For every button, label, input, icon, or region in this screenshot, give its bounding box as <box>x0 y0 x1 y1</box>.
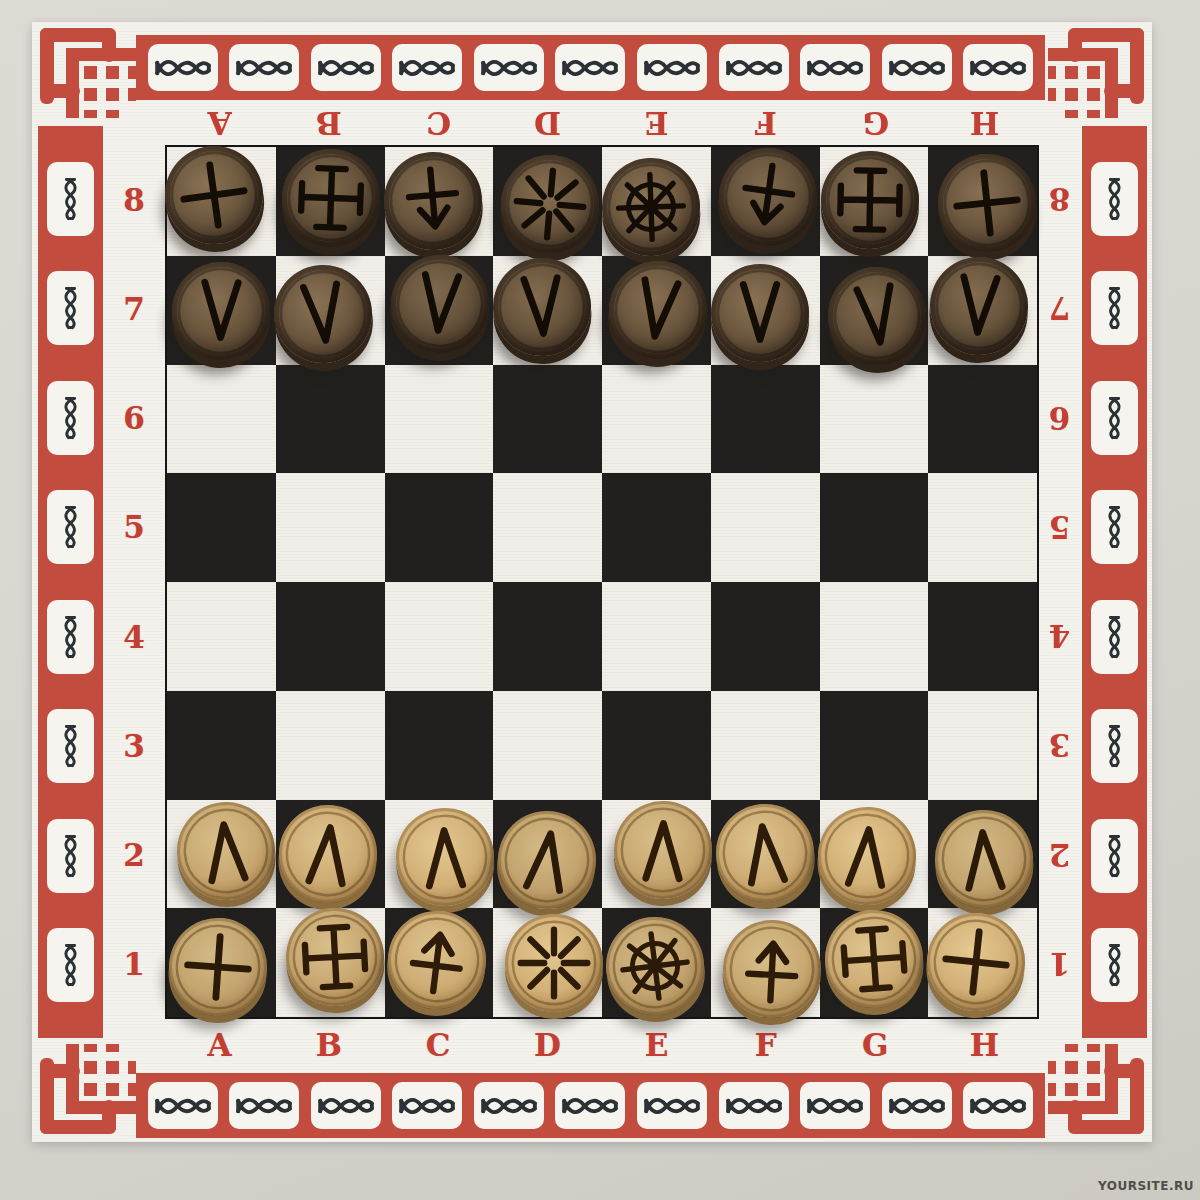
file-label-b: B <box>274 1020 383 1070</box>
square-h5[interactable] <box>928 473 1037 582</box>
knot-icon <box>56 285 86 332</box>
square-f3[interactable] <box>711 691 820 800</box>
piece-symbol-rook <box>933 150 1041 258</box>
knot-icon <box>804 1091 866 1121</box>
knot-icon <box>1100 832 1130 879</box>
piece-symbol-rook <box>922 908 1030 1016</box>
knot-icon <box>967 1091 1029 1121</box>
piece-black-pawn[interactable] <box>388 252 493 357</box>
square-b8[interactable] <box>276 147 385 256</box>
knot-icon <box>56 175 86 222</box>
square-a5[interactable] <box>167 473 276 582</box>
rank-label-3: 3 <box>1037 691 1082 800</box>
celtic-knot-ornament <box>47 819 94 893</box>
knot-icon <box>886 53 948 83</box>
piece-symbol-knight <box>820 151 920 251</box>
knot-icon <box>56 723 86 770</box>
file-labels-bottom: ABCDEFGH <box>165 1020 1039 1070</box>
knot-icon <box>1100 613 1130 660</box>
celtic-knot-ornament <box>1091 819 1138 893</box>
file-labels-top: ABCDEFGH <box>165 102 1039 144</box>
square-g5[interactable] <box>820 473 929 582</box>
knot-icon <box>56 394 86 441</box>
corner-key-motif <box>1048 1044 1144 1140</box>
square-c5[interactable] <box>385 473 494 582</box>
knot-icon <box>723 53 785 83</box>
square-f4[interactable] <box>711 582 820 691</box>
piece-black-pawn[interactable] <box>172 261 272 361</box>
piece-black-bishop[interactable] <box>713 142 824 253</box>
celtic-knot-ornament <box>1091 490 1138 564</box>
piece-white-rook[interactable] <box>922 908 1030 1016</box>
square-c2[interactable] <box>385 800 494 909</box>
piece-white-knight[interactable] <box>822 906 927 1011</box>
knot-icon <box>723 1091 785 1121</box>
square-e7[interactable] <box>602 256 711 365</box>
knot-icon <box>641 53 703 83</box>
piece-white-bishop[interactable] <box>382 905 491 1014</box>
rank-label-6: 6 <box>103 364 165 473</box>
piece-white-rook[interactable] <box>166 914 271 1019</box>
celtic-knot-ornament <box>47 709 94 783</box>
knot-icon <box>233 1091 295 1121</box>
rank-label-7: 7 <box>103 254 165 363</box>
square-d8[interactable] <box>493 147 602 256</box>
knot-icon <box>967 53 1029 83</box>
knot-icon <box>478 1091 540 1121</box>
celtic-knot-ornament <box>1091 271 1138 345</box>
celtic-knot-ornament <box>1091 709 1138 783</box>
square-h4[interactable] <box>928 582 1037 691</box>
celtic-knot-ornament <box>311 44 381 91</box>
square-d7[interactable] <box>493 256 602 365</box>
piece-symbol-pawn <box>491 805 602 916</box>
square-c3[interactable] <box>385 691 494 800</box>
square-h7[interactable] <box>928 256 1037 365</box>
file-label-h: H <box>930 102 1039 144</box>
piece-symbol-pawn <box>172 261 272 361</box>
square-g4[interactable] <box>820 582 929 691</box>
piece-symbol-pawn <box>711 264 809 362</box>
celtic-knot-ornament <box>555 44 625 91</box>
square-e8[interactable] <box>602 147 711 256</box>
file-label-f: F <box>711 1020 820 1070</box>
square-h3[interactable] <box>928 691 1037 800</box>
piece-symbol-rook <box>159 140 270 251</box>
square-d4[interactable] <box>493 582 602 691</box>
knot-icon <box>315 53 377 83</box>
piece-symbol-bishop <box>382 905 491 1014</box>
file-label-b: B <box>274 102 383 144</box>
square-d3[interactable] <box>493 691 602 800</box>
piece-symbol-pawn <box>490 256 593 359</box>
piece-symbol-knight <box>822 906 927 1011</box>
knot-icon <box>152 1091 214 1121</box>
celtic-knot-ornament <box>800 1082 870 1129</box>
piece-black-knight[interactable] <box>280 148 381 249</box>
piece-symbol-pawn <box>388 252 493 357</box>
border-band-right <box>1082 126 1147 1038</box>
square-e3[interactable] <box>602 691 711 800</box>
celtic-knot-ornament <box>1091 928 1138 1002</box>
celtic-knot-ornament <box>963 1082 1033 1129</box>
piece-white-queen[interactable] <box>505 914 603 1012</box>
piece-black-bishop[interactable] <box>380 148 486 254</box>
piece-symbol-pawn <box>711 799 819 907</box>
piece-symbol-king <box>601 911 710 1020</box>
piece-symbol-rook <box>166 914 271 1019</box>
celtic-knot-ornament <box>800 44 870 91</box>
celtic-knot-ornament <box>882 44 952 91</box>
celtic-knot-ornament <box>637 44 707 91</box>
square-f2[interactable] <box>711 800 820 909</box>
piece-symbol-queen <box>497 151 603 257</box>
square-g2[interactable] <box>820 800 929 909</box>
knot-icon <box>1100 504 1130 551</box>
square-b1[interactable] <box>276 908 385 1017</box>
knot-icon <box>804 53 866 83</box>
celtic-knot-ornament <box>47 928 94 1002</box>
file-label-e: E <box>602 102 711 144</box>
rank-label-7: 7 <box>1037 254 1082 363</box>
square-g7[interactable] <box>820 256 929 365</box>
knot-icon <box>396 1091 458 1121</box>
piece-symbol-bishop <box>380 148 486 254</box>
piece-white-king[interactable] <box>601 911 710 1020</box>
border-band-bottom <box>136 1073 1045 1138</box>
square-a6[interactable] <box>167 365 276 474</box>
piece-symbol-pawn <box>604 256 713 365</box>
knot-icon <box>56 942 86 989</box>
square-c1[interactable] <box>385 908 494 1017</box>
square-e4[interactable] <box>602 582 711 691</box>
square-e5[interactable] <box>602 473 711 582</box>
celtic-knot-ornament <box>1091 162 1138 236</box>
knot-icon <box>478 53 540 83</box>
knot-icon <box>1100 394 1130 441</box>
square-c4[interactable] <box>385 582 494 691</box>
piece-white-pawn[interactable] <box>614 800 714 900</box>
rank-label-5: 5 <box>1037 473 1082 582</box>
celtic-knot-ornament <box>148 44 218 91</box>
piece-white-pawn[interactable] <box>815 804 920 909</box>
celtic-knot-ornament <box>474 44 544 91</box>
celtic-knot-ornament <box>719 1082 789 1129</box>
square-d2[interactable] <box>493 800 602 909</box>
square-c7[interactable] <box>385 256 494 365</box>
rank-label-8: 8 <box>1037 145 1082 254</box>
celtic-knot-ornament <box>47 271 94 345</box>
piece-black-queen[interactable] <box>497 151 603 257</box>
knot-icon <box>1100 175 1130 222</box>
square-b4[interactable] <box>276 582 385 691</box>
knot-icon <box>233 53 295 83</box>
square-h8[interactable] <box>928 147 1037 256</box>
celtic-knot-ornament <box>47 490 94 564</box>
board <box>165 145 1039 1019</box>
square-b5[interactable] <box>276 473 385 582</box>
square-g8[interactable] <box>820 147 929 256</box>
piece-symbol-king <box>601 157 702 258</box>
rank-label-5: 5 <box>103 473 165 582</box>
piece-symbol-pawn <box>614 800 714 900</box>
file-label-h: H <box>930 1020 1039 1070</box>
square-f1[interactable] <box>711 908 820 1017</box>
square-a8[interactable] <box>167 147 276 256</box>
piece-symbol-queen <box>505 914 603 1012</box>
border-band-left <box>38 126 103 1038</box>
celtic-knot-ornament <box>1091 381 1138 455</box>
square-e1[interactable] <box>602 908 711 1017</box>
piece-symbol-bishop <box>721 917 824 1020</box>
piece-black-pawn[interactable] <box>604 256 713 365</box>
piece-white-pawn[interactable] <box>275 801 381 907</box>
square-b7[interactable] <box>276 256 385 365</box>
square-a3[interactable] <box>167 691 276 800</box>
celtic-knot-ornament <box>311 1082 381 1129</box>
piece-symbol-knight <box>280 148 381 249</box>
piece-symbol-pawn <box>822 262 931 371</box>
knot-icon <box>56 504 86 551</box>
corner-key-motif <box>40 1044 136 1140</box>
square-d1[interactable] <box>493 908 602 1017</box>
piece-black-pawn[interactable] <box>822 262 931 371</box>
square-e2[interactable] <box>602 800 711 909</box>
knot-icon <box>1100 942 1130 989</box>
knot-icon <box>559 53 621 83</box>
square-c6[interactable] <box>385 365 494 474</box>
square-f5[interactable] <box>711 473 820 582</box>
rank-labels-left: 87654321 <box>103 145 165 1019</box>
rank-label-1: 1 <box>1037 910 1082 1019</box>
square-d5[interactable] <box>493 473 602 582</box>
celtic-knot-ornament <box>882 1082 952 1129</box>
celtic-knot-ornament <box>229 1082 299 1129</box>
file-label-a: A <box>165 1020 274 1070</box>
file-label-e: E <box>602 1020 711 1070</box>
piece-black-pawn[interactable] <box>490 256 593 359</box>
square-b3[interactable] <box>276 691 385 800</box>
piece-black-pawn[interactable] <box>927 255 1030 358</box>
square-f6[interactable] <box>711 365 820 474</box>
square-g1[interactable] <box>820 908 929 1017</box>
knot-icon <box>886 1091 948 1121</box>
square-a1[interactable] <box>167 908 276 1017</box>
knot-icon <box>56 832 86 879</box>
piece-white-pawn[interactable] <box>711 799 819 907</box>
square-a7[interactable] <box>167 256 276 365</box>
square-a2[interactable] <box>167 800 276 909</box>
celtic-knot-ornament <box>719 44 789 91</box>
piece-white-pawn[interactable] <box>491 805 602 916</box>
piece-symbol-pawn <box>173 798 279 904</box>
piece-symbol-pawn <box>275 801 381 907</box>
rank-labels-right: 87654321 <box>1037 145 1082 1019</box>
rank-label-4: 4 <box>1037 582 1082 691</box>
fabric-game-mat: ABCDEFGH ABCDEFGH 87654321 87654321 <box>32 22 1152 1142</box>
file-label-d: D <box>493 102 602 144</box>
border-band-top <box>136 35 1045 100</box>
file-label-c: C <box>384 1020 493 1070</box>
knot-icon <box>1100 285 1130 332</box>
piece-white-pawn[interactable] <box>394 806 495 907</box>
piece-white-knight[interactable] <box>284 905 387 1008</box>
knot-icon <box>1100 723 1130 770</box>
celtic-knot-ornament <box>392 1082 462 1129</box>
square-h2[interactable] <box>928 800 1037 909</box>
piece-black-rook[interactable] <box>159 140 270 251</box>
celtic-knot-ornament <box>148 1082 218 1129</box>
knot-icon <box>56 613 86 660</box>
celtic-knot-ornament <box>47 600 94 674</box>
watermark: YOURSITE.RU <box>1098 1179 1194 1193</box>
knot-icon <box>641 1091 703 1121</box>
square-d6[interactable] <box>493 365 602 474</box>
file-label-a: A <box>165 102 274 144</box>
celtic-knot-ornament <box>47 381 94 455</box>
square-h1[interactable] <box>928 908 1037 1017</box>
corner-key-motif <box>40 22 136 118</box>
piece-white-pawn[interactable] <box>932 807 1035 910</box>
piece-symbol-pawn <box>927 255 1030 358</box>
piece-symbol-pawn <box>815 804 920 909</box>
square-g6[interactable] <box>820 365 929 474</box>
celtic-knot-ornament <box>392 44 462 91</box>
piece-black-knight[interactable] <box>820 151 920 251</box>
celtic-knot-ornament <box>637 1082 707 1129</box>
celtic-knot-ornament <box>1091 600 1138 674</box>
piece-symbol-pawn <box>394 806 495 907</box>
rank-label-8: 8 <box>103 145 165 254</box>
square-h6[interactable] <box>928 365 1037 474</box>
square-c8[interactable] <box>385 147 494 256</box>
piece-symbol-pawn <box>932 807 1035 910</box>
square-b2[interactable] <box>276 800 385 909</box>
knot-icon <box>396 53 458 83</box>
square-e6[interactable] <box>602 365 711 474</box>
file-label-c: C <box>384 102 493 144</box>
square-f7[interactable] <box>711 256 820 365</box>
rank-label-1: 1 <box>103 910 165 1019</box>
rank-label-2: 2 <box>103 801 165 910</box>
knot-icon <box>559 1091 621 1121</box>
piece-symbol-pawn <box>269 260 377 368</box>
knot-icon <box>315 1091 377 1121</box>
celtic-knot-ornament <box>229 44 299 91</box>
square-f8[interactable] <box>711 147 820 256</box>
square-g3[interactable] <box>820 691 929 800</box>
piece-black-king[interactable] <box>601 157 702 258</box>
piece-black-pawn[interactable] <box>269 260 377 368</box>
table-surface: { "game": { "name": "Chess", "set_style"… <box>0 0 1200 1200</box>
celtic-knot-ornament <box>555 1082 625 1129</box>
celtic-knot-ornament <box>47 162 94 236</box>
piece-symbol-bishop <box>713 142 824 253</box>
file-label-g: G <box>821 102 930 144</box>
file-label-d: D <box>493 1020 602 1070</box>
rank-label-6: 6 <box>1037 364 1082 473</box>
piece-white-bishop[interactable] <box>721 917 824 1020</box>
rank-label-3: 3 <box>103 691 165 800</box>
square-a4[interactable] <box>167 582 276 691</box>
celtic-knot-ornament <box>474 1082 544 1129</box>
rank-label-4: 4 <box>103 582 165 691</box>
celtic-knot-ornament <box>963 44 1033 91</box>
piece-black-rook[interactable] <box>933 150 1041 258</box>
rank-label-2: 2 <box>1037 801 1082 910</box>
piece-white-pawn[interactable] <box>173 798 279 904</box>
piece-black-pawn[interactable] <box>711 264 809 362</box>
file-label-f: F <box>711 102 820 144</box>
piece-symbol-knight <box>284 905 387 1008</box>
knot-icon <box>152 53 214 83</box>
file-label-g: G <box>821 1020 930 1070</box>
square-b6[interactable] <box>276 365 385 474</box>
corner-key-motif <box>1048 22 1144 118</box>
